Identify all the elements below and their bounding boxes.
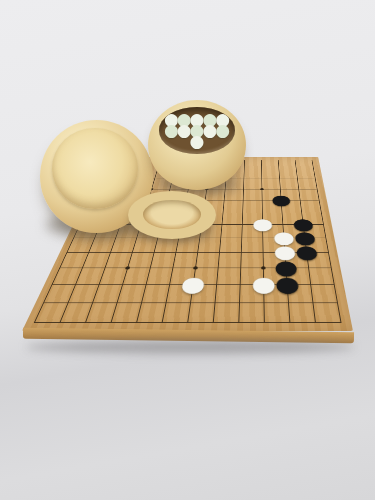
board-shadow [26,341,354,353]
white-stone: ● [179,274,206,295]
white-stone: ● [251,274,276,295]
star-point [260,188,264,190]
star-point [125,266,130,269]
black-stone: ● [274,274,300,295]
go-bowl-lid-top [52,128,138,209]
go-bowl-opening: ●●●●●●●●●●● [159,107,235,154]
white-stone: ● [273,243,297,261]
go-scene-photo: { "game": "go", "board": { "size": 13, "… [0,0,375,500]
white-stone: ● [252,216,274,231]
lid-recess [143,200,201,230]
bowl-white-stone: ● [215,124,230,137]
go-bowl-lid-on-board [128,191,216,239]
go-bowl-white-stones: ●●●●●●●●●●● [148,100,246,190]
star-point [261,266,265,269]
star-point [193,266,198,269]
black-stone: ● [294,243,319,261]
black-stone: ● [271,193,292,207]
bowl-white-stone: ● [190,135,205,148]
